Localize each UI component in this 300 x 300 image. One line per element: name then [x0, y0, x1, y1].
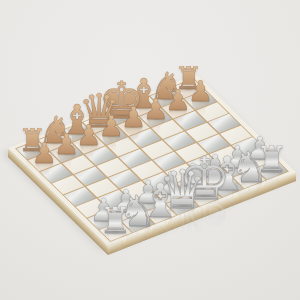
chess-set-product-photo: ♜♜♞♞♝♝♛♛♚♚♝♝♞♞♜♜♟♟♟♟♟♟♟♟♟♟♟♟♟♟♟♟♟♟♟♟♟♟♟♟… [0, 0, 300, 300]
chess-board [8, 74, 296, 246]
board-grid [15, 78, 289, 241]
